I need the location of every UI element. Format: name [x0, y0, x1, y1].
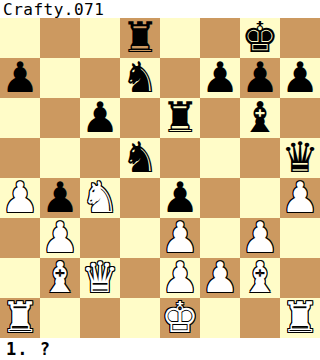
- piece-white-pawn[interactable]: ♟: [201, 258, 239, 298]
- piece-black-rook[interactable]: ♜: [161, 98, 199, 138]
- square-d3[interactable]: [120, 218, 160, 258]
- piece-black-pawn[interactable]: ♟: [241, 58, 279, 98]
- piece-black-bishop[interactable]: ♝: [241, 98, 279, 138]
- square-h6[interactable]: [280, 98, 320, 138]
- chess-board: ♜♚♟♞♟♟♟♟♜♝♞♛♟♟♞♟♟♟♟♟♝♛♟♟♝♜♚♜: [0, 18, 320, 338]
- piece-black-pawn[interactable]: ♟: [1, 58, 39, 98]
- square-g6[interactable]: ♝: [240, 98, 280, 138]
- square-c3[interactable]: [80, 218, 120, 258]
- square-e3[interactable]: ♟: [160, 218, 200, 258]
- square-c2[interactable]: ♛: [80, 258, 120, 298]
- piece-black-pawn[interactable]: ♟: [81, 98, 119, 138]
- piece-black-pawn[interactable]: ♟: [161, 178, 199, 218]
- square-a8[interactable]: [0, 18, 40, 58]
- square-g4[interactable]: [240, 178, 280, 218]
- square-e6[interactable]: ♜: [160, 98, 200, 138]
- square-f7[interactable]: ♟: [200, 58, 240, 98]
- square-d1[interactable]: [120, 298, 160, 338]
- piece-black-pawn[interactable]: ♟: [281, 58, 319, 98]
- piece-black-knight[interactable]: ♞: [121, 58, 159, 98]
- piece-white-queen[interactable]: ♛: [81, 258, 119, 298]
- square-h8[interactable]: [280, 18, 320, 58]
- piece-white-pawn[interactable]: ♟: [161, 258, 199, 298]
- piece-white-bishop[interactable]: ♝: [241, 258, 279, 298]
- square-g3[interactable]: ♟: [240, 218, 280, 258]
- square-h4[interactable]: ♟: [280, 178, 320, 218]
- square-b6[interactable]: [40, 98, 80, 138]
- square-b2[interactable]: ♝: [40, 258, 80, 298]
- square-b8[interactable]: [40, 18, 80, 58]
- piece-black-king[interactable]: ♚: [241, 18, 279, 58]
- square-f4[interactable]: [200, 178, 240, 218]
- square-c1[interactable]: [80, 298, 120, 338]
- piece-white-knight[interactable]: ♞: [81, 178, 119, 218]
- square-f6[interactable]: [200, 98, 240, 138]
- square-e7[interactable]: [160, 58, 200, 98]
- piece-black-queen[interactable]: ♛: [281, 138, 319, 178]
- piece-white-pawn[interactable]: ♟: [241, 218, 279, 258]
- square-g5[interactable]: [240, 138, 280, 178]
- piece-white-pawn[interactable]: ♟: [161, 218, 199, 258]
- square-h3[interactable]: [280, 218, 320, 258]
- piece-white-pawn[interactable]: ♟: [281, 178, 319, 218]
- piece-black-pawn[interactable]: ♟: [201, 58, 239, 98]
- square-d7[interactable]: ♞: [120, 58, 160, 98]
- square-g8[interactable]: ♚: [240, 18, 280, 58]
- square-a6[interactable]: [0, 98, 40, 138]
- square-a1[interactable]: ♜: [0, 298, 40, 338]
- square-a7[interactable]: ♟: [0, 58, 40, 98]
- piece-white-bishop[interactable]: ♝: [41, 258, 79, 298]
- square-f5[interactable]: [200, 138, 240, 178]
- square-b1[interactable]: [40, 298, 80, 338]
- square-h1[interactable]: ♜: [280, 298, 320, 338]
- square-g1[interactable]: [240, 298, 280, 338]
- square-b7[interactable]: [40, 58, 80, 98]
- square-a4[interactable]: ♟: [0, 178, 40, 218]
- square-e4[interactable]: ♟: [160, 178, 200, 218]
- square-f1[interactable]: [200, 298, 240, 338]
- square-a3[interactable]: [0, 218, 40, 258]
- square-b3[interactable]: ♟: [40, 218, 80, 258]
- square-g2[interactable]: ♝: [240, 258, 280, 298]
- piece-white-king[interactable]: ♚: [161, 298, 199, 338]
- square-g7[interactable]: ♟: [240, 58, 280, 98]
- window-title: Crafty.071: [0, 0, 320, 18]
- square-c4[interactable]: ♞: [80, 178, 120, 218]
- piece-black-pawn[interactable]: ♟: [41, 178, 79, 218]
- move-prompt: 1. ?: [0, 338, 320, 360]
- square-b5[interactable]: [40, 138, 80, 178]
- square-c6[interactable]: ♟: [80, 98, 120, 138]
- piece-white-pawn[interactable]: ♟: [1, 178, 39, 218]
- square-d5[interactable]: ♞: [120, 138, 160, 178]
- square-e8[interactable]: [160, 18, 200, 58]
- square-d4[interactable]: [120, 178, 160, 218]
- square-c5[interactable]: [80, 138, 120, 178]
- square-a5[interactable]: [0, 138, 40, 178]
- square-h7[interactable]: ♟: [280, 58, 320, 98]
- square-d8[interactable]: ♜: [120, 18, 160, 58]
- square-h5[interactable]: ♛: [280, 138, 320, 178]
- square-d2[interactable]: [120, 258, 160, 298]
- piece-white-rook[interactable]: ♜: [281, 298, 319, 338]
- square-e5[interactable]: [160, 138, 200, 178]
- square-a2[interactable]: [0, 258, 40, 298]
- piece-black-rook[interactable]: ♜: [121, 18, 159, 58]
- square-e1[interactable]: ♚: [160, 298, 200, 338]
- piece-black-knight[interactable]: ♞: [121, 138, 159, 178]
- piece-white-rook[interactable]: ♜: [1, 298, 39, 338]
- square-f3[interactable]: [200, 218, 240, 258]
- square-e2[interactable]: ♟: [160, 258, 200, 298]
- square-d6[interactable]: [120, 98, 160, 138]
- square-f8[interactable]: [200, 18, 240, 58]
- square-c7[interactable]: [80, 58, 120, 98]
- piece-white-pawn[interactable]: ♟: [41, 218, 79, 258]
- square-c8[interactable]: [80, 18, 120, 58]
- square-b4[interactable]: ♟: [40, 178, 80, 218]
- square-f2[interactable]: ♟: [200, 258, 240, 298]
- chess-app-window: Crafty.071 ♜♚♟♞♟♟♟♟♜♝♞♛♟♟♞♟♟♟♟♟♝♛♟♟♝♜♚♜ …: [0, 0, 320, 360]
- square-h2[interactable]: [280, 258, 320, 298]
